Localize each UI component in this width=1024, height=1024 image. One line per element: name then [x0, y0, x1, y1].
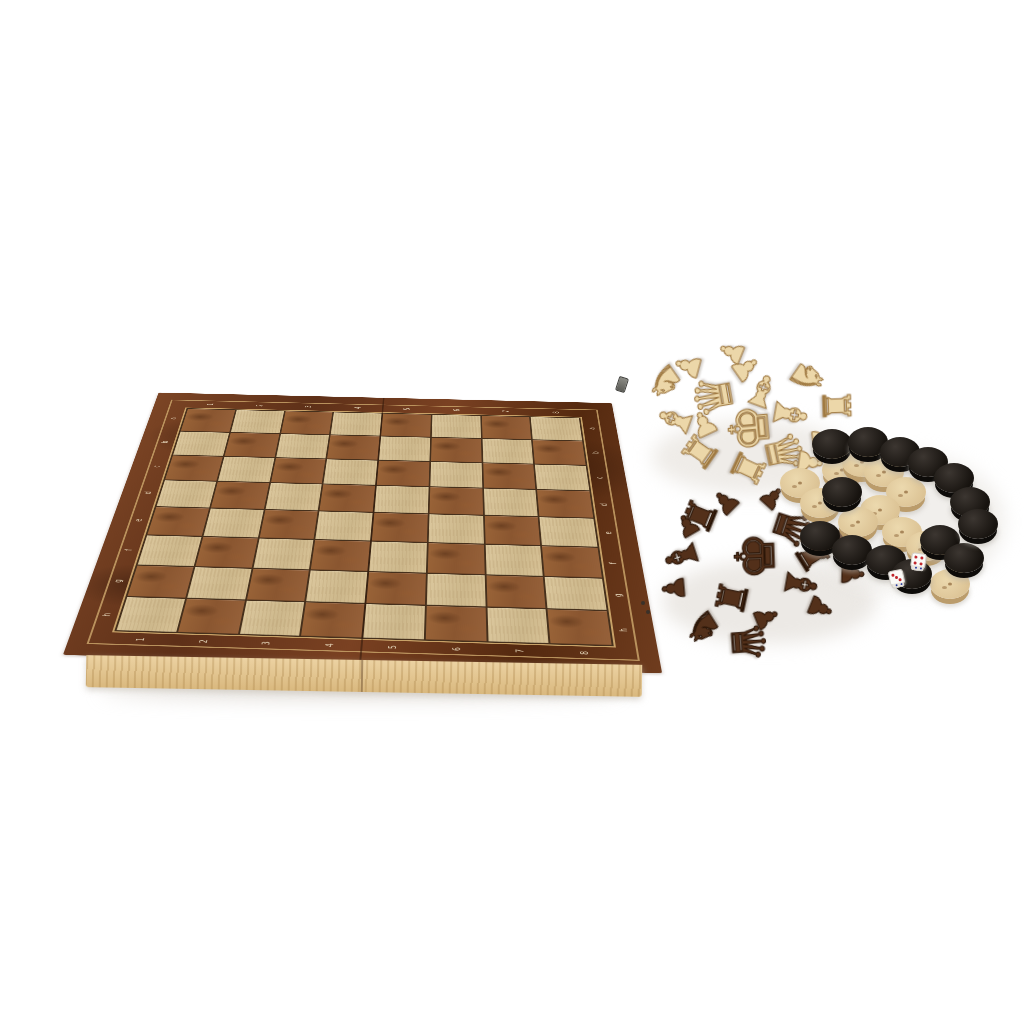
board-square: [432, 415, 481, 438]
board-square: [239, 601, 304, 636]
coord-label-left-e: e: [134, 519, 144, 522]
coord-label-right-h: h: [619, 628, 629, 632]
chess-piece-dark: ♛: [724, 620, 773, 664]
disc-grain-speck: [850, 524, 855, 527]
coord-label-left-h: h: [102, 613, 113, 617]
die-pip-blue: [895, 583, 897, 585]
board-square: [427, 574, 486, 607]
board-square: [426, 606, 486, 641]
coord-label-top-2: 2: [256, 404, 264, 406]
die-pip-red: [914, 555, 917, 558]
checker-disc-black: [944, 543, 984, 573]
die-pip-red: [920, 556, 923, 559]
disc-grain-speck: [942, 586, 947, 589]
board-square: [486, 575, 546, 608]
board-square: [537, 490, 593, 518]
board-square: [429, 487, 482, 515]
coord-label-left-f: f: [124, 549, 133, 551]
coord-label-left-d: d: [144, 491, 153, 494]
board-square: [306, 570, 367, 603]
product-photo: 12345678 12345678 abcdefgh abcdefgh ♞♟♛♟…: [0, 0, 1024, 1024]
chess-board: 12345678 12345678 abcdefgh abcdefgh: [48, 318, 672, 668]
board-square: [428, 543, 485, 574]
disc-grain-speck: [834, 472, 839, 475]
disc-grain-speck: [812, 505, 817, 508]
board-square: [484, 516, 540, 545]
checker-disc-black: [812, 429, 852, 459]
disc-center-dot: [878, 509, 882, 512]
disc-grain-speck: [876, 474, 881, 477]
board-square: [431, 438, 481, 463]
board-square: [271, 458, 326, 484]
disc-grain-speck: [854, 464, 859, 467]
pine-split-line: [361, 660, 364, 692]
board-square: [540, 517, 598, 546]
coord-label-bottom-3: 3: [262, 641, 272, 645]
coord-label-right-c: c: [596, 477, 605, 479]
board-square: [483, 463, 536, 489]
board-square: [535, 464, 589, 490]
board-square: [187, 567, 251, 600]
board-square: [128, 565, 194, 598]
hinge-icon: [641, 601, 645, 605]
die: [888, 569, 906, 587]
board-square: [487, 608, 549, 643]
board-square: [381, 414, 431, 437]
die: [910, 552, 927, 569]
board-square: [181, 409, 235, 432]
coord-label-right-e: e: [604, 531, 613, 534]
disc-grain-speck: [894, 534, 899, 537]
disc-center-dot: [798, 482, 802, 485]
board-square: [147, 507, 208, 536]
board-square: [542, 546, 602, 577]
board-square: [377, 460, 429, 486]
disc-grain-speck: [792, 485, 797, 488]
coord-label-right-b: b: [592, 451, 600, 454]
coord-label-top-7: 7: [503, 410, 511, 412]
board-square: [327, 435, 379, 459]
disc-grain-speck: [898, 494, 903, 497]
disc-center-dot: [948, 583, 952, 586]
disc-center-dot: [904, 491, 908, 494]
hinge-icon: [646, 610, 650, 614]
coord-label-top-6: 6: [453, 409, 461, 411]
board-square: [482, 439, 533, 464]
board-square: [117, 597, 185, 632]
board-square: [545, 577, 607, 610]
board-square: [211, 482, 269, 509]
board-square: [485, 545, 543, 576]
disc-center-dot: [860, 461, 864, 464]
board-square: [311, 540, 370, 571]
board-square: [247, 569, 310, 602]
die-pip-red: [919, 562, 922, 565]
board-square: [320, 485, 375, 512]
coord-label-top-5: 5: [404, 408, 412, 410]
disc-center-dot: [900, 531, 904, 534]
coord-label-left-b: b: [161, 441, 170, 444]
coord-label-left-g: g: [113, 579, 123, 582]
board-frame: 12345678 12345678 abcdefgh abcdefgh: [63, 393, 662, 674]
board-square: [372, 513, 428, 542]
board-square: [482, 416, 532, 439]
board-square: [548, 610, 612, 646]
chess-piece-dark: ♟: [658, 573, 690, 602]
board-square: [366, 572, 425, 605]
checker-disc-black: [958, 509, 998, 539]
coord-label-left-a: a: [169, 417, 177, 419]
die-pip-blue: [900, 582, 902, 584]
disc-center-dot: [818, 502, 822, 505]
board-square: [428, 514, 483, 543]
board-square: [363, 604, 424, 639]
board-square: [484, 489, 538, 517]
checker-disc-black: [822, 477, 862, 507]
board-square: [281, 411, 333, 434]
die-pip-blue: [915, 566, 917, 568]
checker-disc-wood: [930, 569, 970, 599]
board-square: [316, 511, 373, 540]
coord-label-right-d: d: [600, 503, 609, 506]
board-square: [379, 436, 430, 461]
board-square: [533, 440, 586, 465]
board-square: [231, 410, 284, 433]
coord-label-bottom-1: 1: [136, 637, 147, 641]
coord-label-right-f: f: [609, 562, 618, 564]
checker-disc-wood: [838, 507, 878, 537]
board-square: [301, 603, 364, 638]
coord-label-bottom-4: 4: [325, 643, 335, 647]
coord-label-right-a: a: [588, 427, 596, 429]
board-square: [430, 462, 482, 488]
board-square: [369, 541, 426, 572]
board-square: [531, 417, 582, 440]
coord-label-right-g: g: [614, 594, 624, 598]
board-square: [324, 459, 378, 485]
chess-piece-light: ♜: [816, 388, 855, 423]
board-square: [173, 431, 229, 455]
coord-label-bottom-5: 5: [388, 645, 398, 649]
die-pip-blue: [920, 567, 922, 569]
board-square: [276, 434, 329, 458]
board-square: [195, 537, 257, 568]
die-pip-red: [913, 561, 916, 564]
board-square: [253, 538, 313, 569]
disc-center-dot: [856, 521, 860, 524]
coord-label-bottom-6: 6: [452, 647, 462, 651]
board-square: [157, 480, 216, 507]
coord-label-top-8: 8: [552, 411, 560, 413]
coord-label-bottom-2: 2: [199, 639, 210, 643]
coord-label-top-4: 4: [354, 407, 362, 409]
board-square: [203, 509, 263, 538]
coord-label-top-3: 3: [305, 405, 313, 407]
coord-label-left-c: c: [153, 465, 162, 467]
coord-label-bottom-8: 8: [580, 651, 590, 655]
board-square: [224, 433, 279, 457]
board-square: [265, 483, 322, 510]
board-square: [178, 599, 245, 634]
coord-label-bottom-7: 7: [516, 649, 526, 653]
board-square: [331, 412, 382, 435]
board-square: [374, 486, 428, 514]
coord-label-top-1: 1: [207, 403, 215, 405]
board-square: [218, 457, 274, 483]
board-square: [138, 535, 202, 566]
board-square: [259, 510, 318, 539]
disc-center-dot: [882, 471, 886, 474]
board-square: [165, 455, 223, 481]
